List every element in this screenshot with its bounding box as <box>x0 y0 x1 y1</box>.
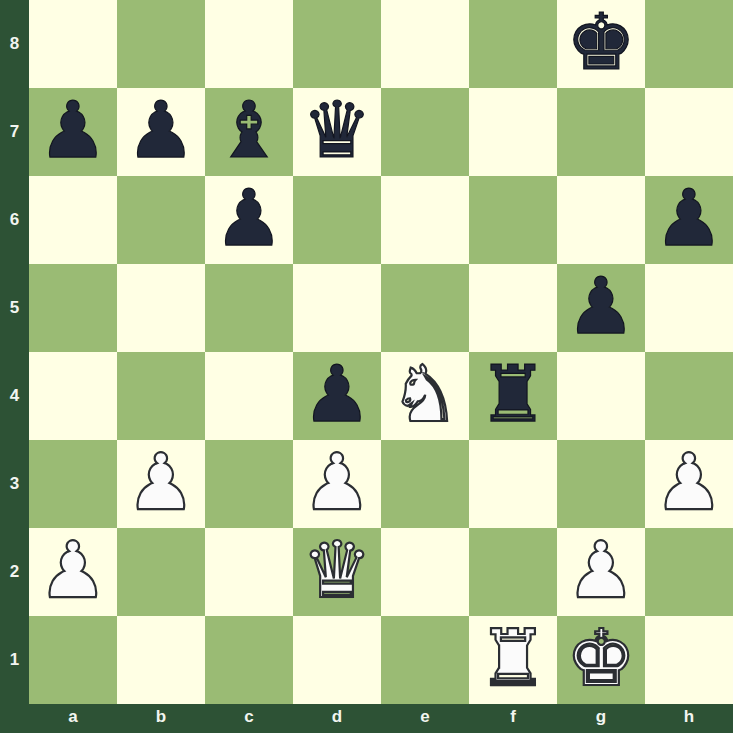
chess-board: ♚♟♟♝♛♟♟♟♟♞♜♟♟♟♟♛♟♜♚ <box>29 0 733 704</box>
file-label-c: c <box>205 704 293 733</box>
square-e8[interactable] <box>381 0 469 88</box>
black-queen-d7[interactable]: ♛ <box>302 86 372 174</box>
square-c8[interactable] <box>205 0 293 88</box>
rank-labels: 87654321 <box>0 0 29 704</box>
rank-label-8: 8 <box>0 0 29 88</box>
square-c7[interactable]: ♝ <box>205 88 293 176</box>
square-h3[interactable]: ♟ <box>645 440 733 528</box>
square-h1[interactable] <box>645 616 733 704</box>
file-labels: abcdefgh <box>29 704 733 733</box>
file-label-h: h <box>645 704 733 733</box>
chess-board-frame: 87654321 ♚♟♟♝♛♟♟♟♟♞♜♟♟♟♟♛♟♜♚ abcdefgh <box>0 0 733 733</box>
black-pawn-b7[interactable]: ♟ <box>126 86 196 174</box>
square-b7[interactable]: ♟ <box>117 88 205 176</box>
square-a3[interactable] <box>29 440 117 528</box>
square-g7[interactable] <box>557 88 645 176</box>
white-rook-f1[interactable]: ♜ <box>478 614 548 702</box>
square-g8[interactable]: ♚ <box>557 0 645 88</box>
rank-label-1: 1 <box>0 616 29 704</box>
white-pawn-h3[interactable]: ♟ <box>654 438 724 526</box>
white-pawn-g2[interactable]: ♟ <box>566 526 636 614</box>
square-d3[interactable]: ♟ <box>293 440 381 528</box>
square-c3[interactable] <box>205 440 293 528</box>
square-g6[interactable] <box>557 176 645 264</box>
square-a7[interactable]: ♟ <box>29 88 117 176</box>
rank-label-3: 3 <box>0 440 29 528</box>
rank-label-4: 4 <box>0 352 29 440</box>
rank-label-7: 7 <box>0 88 29 176</box>
white-queen-d2[interactable]: ♛ <box>302 526 372 614</box>
square-g2[interactable]: ♟ <box>557 528 645 616</box>
square-f2[interactable] <box>469 528 557 616</box>
white-king-g1[interactable]: ♚ <box>566 614 636 702</box>
square-c5[interactable] <box>205 264 293 352</box>
file-label-a: a <box>29 704 117 733</box>
file-label-g: g <box>557 704 645 733</box>
square-g1[interactable]: ♚ <box>557 616 645 704</box>
square-b6[interactable] <box>117 176 205 264</box>
square-g4[interactable] <box>557 352 645 440</box>
square-e1[interactable] <box>381 616 469 704</box>
square-e5[interactable] <box>381 264 469 352</box>
white-pawn-d3[interactable]: ♟ <box>302 438 372 526</box>
square-f4[interactable]: ♜ <box>469 352 557 440</box>
square-f8[interactable] <box>469 0 557 88</box>
white-pawn-a2[interactable]: ♟ <box>38 526 108 614</box>
square-b1[interactable] <box>117 616 205 704</box>
square-d2[interactable]: ♛ <box>293 528 381 616</box>
file-label-b: b <box>117 704 205 733</box>
rank-label-5: 5 <box>0 264 29 352</box>
black-bishop-c7[interactable]: ♝ <box>214 86 284 174</box>
rank-label-2: 2 <box>0 528 29 616</box>
black-pawn-g5[interactable]: ♟ <box>566 262 636 350</box>
square-f6[interactable] <box>469 176 557 264</box>
square-h8[interactable] <box>645 0 733 88</box>
rank-label-6: 6 <box>0 176 29 264</box>
square-h4[interactable] <box>645 352 733 440</box>
square-a2[interactable]: ♟ <box>29 528 117 616</box>
file-label-f: f <box>469 704 557 733</box>
black-pawn-d4[interactable]: ♟ <box>302 350 372 438</box>
square-f1[interactable]: ♜ <box>469 616 557 704</box>
file-label-d: d <box>293 704 381 733</box>
square-h7[interactable] <box>645 88 733 176</box>
square-b5[interactable] <box>117 264 205 352</box>
square-h5[interactable] <box>645 264 733 352</box>
square-d5[interactable] <box>293 264 381 352</box>
square-b3[interactable]: ♟ <box>117 440 205 528</box>
square-b4[interactable] <box>117 352 205 440</box>
square-b2[interactable] <box>117 528 205 616</box>
black-pawn-h6[interactable]: ♟ <box>654 174 724 262</box>
square-e2[interactable] <box>381 528 469 616</box>
square-f5[interactable] <box>469 264 557 352</box>
square-g5[interactable]: ♟ <box>557 264 645 352</box>
square-b8[interactable] <box>117 0 205 88</box>
square-g3[interactable] <box>557 440 645 528</box>
square-c4[interactable] <box>205 352 293 440</box>
square-d1[interactable] <box>293 616 381 704</box>
black-king-g8[interactable]: ♚ <box>566 0 636 86</box>
square-e7[interactable] <box>381 88 469 176</box>
black-rook-f4[interactable]: ♜ <box>478 350 548 438</box>
square-e6[interactable] <box>381 176 469 264</box>
square-a5[interactable] <box>29 264 117 352</box>
square-a8[interactable] <box>29 0 117 88</box>
square-f7[interactable] <box>469 88 557 176</box>
square-e3[interactable] <box>381 440 469 528</box>
square-d4[interactable]: ♟ <box>293 352 381 440</box>
square-h2[interactable] <box>645 528 733 616</box>
square-e4[interactable]: ♞ <box>381 352 469 440</box>
square-h6[interactable]: ♟ <box>645 176 733 264</box>
white-pawn-b3[interactable]: ♟ <box>126 438 196 526</box>
square-c1[interactable] <box>205 616 293 704</box>
square-d7[interactable]: ♛ <box>293 88 381 176</box>
black-pawn-a7[interactable]: ♟ <box>38 86 108 174</box>
square-a4[interactable] <box>29 352 117 440</box>
white-knight-e4[interactable]: ♞ <box>390 350 460 438</box>
black-pawn-c6[interactable]: ♟ <box>214 174 284 262</box>
square-a6[interactable] <box>29 176 117 264</box>
file-label-e: e <box>381 704 469 733</box>
square-c2[interactable] <box>205 528 293 616</box>
square-d6[interactable] <box>293 176 381 264</box>
square-f3[interactable] <box>469 440 557 528</box>
square-c6[interactable]: ♟ <box>205 176 293 264</box>
square-d8[interactable] <box>293 0 381 88</box>
square-a1[interactable] <box>29 616 117 704</box>
